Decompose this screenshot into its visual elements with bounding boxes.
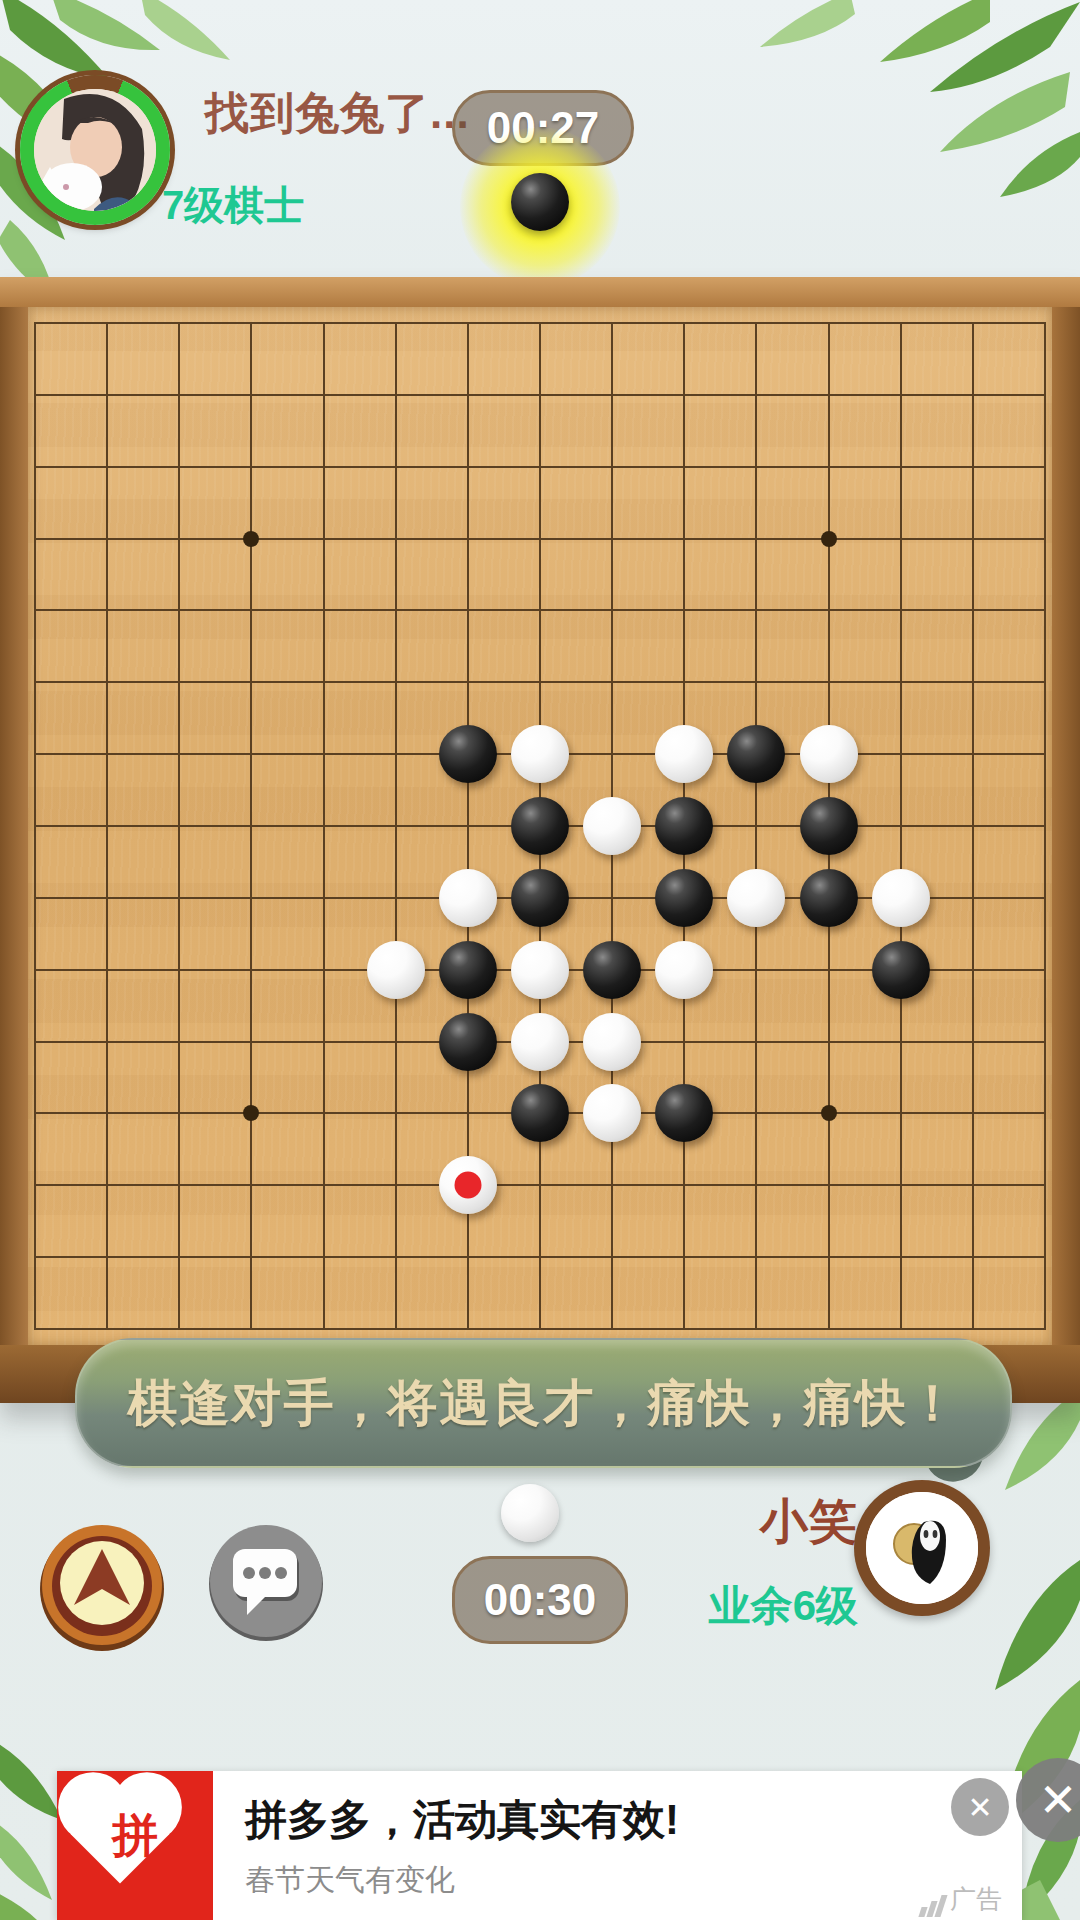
chat-button[interactable] — [207, 1523, 325, 1641]
chat-bubble-text: 棋逢对手，将遇良才，痛快，痛快！ — [128, 1370, 960, 1437]
white-stone-c6-r8 — [439, 869, 497, 927]
grid-line-v — [755, 322, 757, 1330]
black-stone-c9-r7 — [655, 797, 713, 855]
black-stone-c11-r7 — [800, 797, 858, 855]
white-stone-c12-r8 — [872, 869, 930, 927]
bottom-player-stone-indicator — [501, 1484, 559, 1542]
white-stone-c7-r6 — [511, 725, 569, 783]
star-point — [243, 1105, 259, 1121]
black-stone-c7-r11 — [511, 1084, 569, 1142]
grid-line-h — [34, 1256, 1046, 1258]
black-stone-c10-r6 — [727, 725, 785, 783]
ad-title: 拼多多，活动真实有效! — [245, 1792, 679, 1848]
grid-line-v — [972, 322, 974, 1330]
white-stone-c10-r8 — [727, 869, 785, 927]
black-stone-c9-r11 — [655, 1084, 713, 1142]
white-stone-c7-r10 — [511, 1013, 569, 1071]
pdd-logo-text: 拼 — [57, 1805, 213, 1867]
pinduoduo-logo: 拼 — [57, 1771, 213, 1920]
last-move-marker — [454, 1172, 481, 1199]
white-stone-c6-r12 — [439, 1156, 497, 1214]
black-stone-c8-r9 — [583, 941, 641, 999]
bottom-player-photo — [866, 1492, 978, 1604]
grid-line-v — [1044, 322, 1046, 1330]
star-point — [821, 1105, 837, 1121]
ad-bars-icon — [920, 1895, 944, 1917]
grid-line-h — [34, 1328, 1046, 1330]
star-point — [821, 531, 837, 547]
black-stone-c9-r8 — [655, 869, 713, 927]
grid-line-v — [900, 322, 902, 1330]
action-arrow-button[interactable] — [38, 1523, 166, 1651]
black-stone-c7-r8 — [511, 869, 569, 927]
grid-line-h — [34, 1184, 1046, 1186]
black-stone-c7-r7 — [511, 797, 569, 855]
white-stone-c5-r9 — [367, 941, 425, 999]
black-stone-c12-r9 — [872, 941, 930, 999]
black-stone-c6-r9 — [439, 941, 497, 999]
white-stone-c11-r6 — [800, 725, 858, 783]
white-stone-c7-r9 — [511, 941, 569, 999]
ad-close-button[interactable]: ✕ — [951, 1778, 1009, 1836]
app-screen: 找到兔兔了... 7级棋士 00:27 棋逢对手，将遇良才，痛快，痛快！ 00:… — [0, 0, 1080, 1920]
bottom-player-name: 小笑 — [600, 1490, 858, 1554]
bottom-player-rank: 业余6级 — [600, 1578, 858, 1634]
white-stone-c8-r7 — [583, 797, 641, 855]
white-stone-c8-r10 — [583, 1013, 641, 1071]
bottom-player-avatar[interactable] — [854, 1480, 990, 1616]
white-stone-c8-r11 — [583, 1084, 641, 1142]
ad-subtitle: 春节天气有变化 — [245, 1860, 455, 1901]
star-point — [243, 531, 259, 547]
white-stone-c9-r6 — [655, 725, 713, 783]
black-stone-c6-r6 — [439, 725, 497, 783]
white-stone-c9-r9 — [655, 941, 713, 999]
ad-label: 广告 — [920, 1882, 1002, 1917]
chat-bubble: 棋逢对手，将遇良才，痛快，痛快！ — [75, 1338, 1012, 1468]
black-stone-c6-r10 — [439, 1013, 497, 1071]
black-stone-c11-r8 — [800, 869, 858, 927]
